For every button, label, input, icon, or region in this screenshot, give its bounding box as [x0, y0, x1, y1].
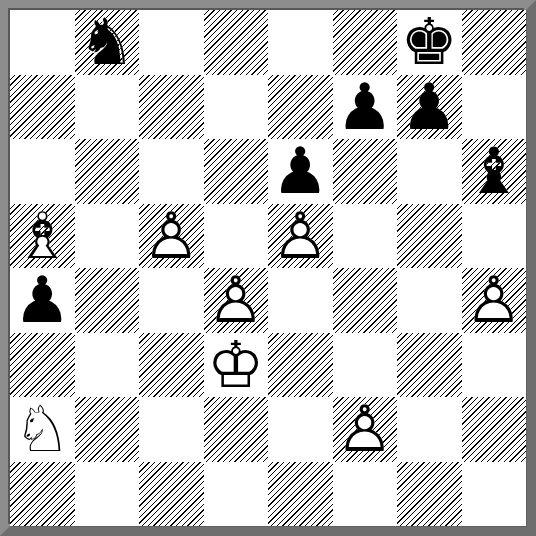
- piece-fill-layer: ♟: [272, 204, 329, 268]
- chess-board: ♘♞♔♚♙♟♙♟♙♟♗♝♝♗♟♙♟♙♙♟♟♙♟♙♚♔♞♘♟♙: [10, 10, 526, 526]
- black-bishop-h6[interactable]: ♗♝: [462, 139, 527, 204]
- square-g2[interactable]: [397, 397, 462, 462]
- square-d1[interactable]: [204, 462, 269, 527]
- piece-fill-layer: ♙: [14, 268, 71, 332]
- black-pawn-g7[interactable]: ♙♟: [397, 75, 462, 140]
- square-b1[interactable]: [75, 462, 140, 527]
- piece-fill-layer: ♔: [401, 10, 458, 74]
- piece-glyph: ♟: [401, 75, 458, 139]
- piece-glyph: ♚: [401, 10, 458, 74]
- black-pawn-a4[interactable]: ♙♟: [10, 268, 75, 333]
- square-e1[interactable]: [268, 462, 333, 527]
- square-g7[interactable]: ♙♟: [397, 75, 462, 140]
- square-f6[interactable]: [333, 139, 398, 204]
- piece-glyph: ♞: [78, 10, 135, 74]
- square-h1[interactable]: [462, 462, 527, 527]
- square-h7[interactable]: [462, 75, 527, 140]
- square-b5[interactable]: [75, 204, 140, 269]
- square-f1[interactable]: [333, 462, 398, 527]
- square-h5[interactable]: [462, 204, 527, 269]
- piece-fill-layer: ♟: [207, 268, 264, 332]
- square-c1[interactable]: [139, 462, 204, 527]
- piece-fill-layer: ♙: [272, 139, 329, 203]
- square-e2[interactable]: [268, 397, 333, 462]
- piece-glyph: ♙: [465, 268, 522, 332]
- piece-fill-layer: ♙: [336, 75, 393, 139]
- square-f2[interactable]: ♟♙: [333, 397, 398, 462]
- square-e8[interactable]: [268, 10, 333, 75]
- square-g6[interactable]: [397, 139, 462, 204]
- square-h3[interactable]: [462, 333, 527, 398]
- square-e6[interactable]: ♙♟: [268, 139, 333, 204]
- square-h2[interactable]: [462, 397, 527, 462]
- square-b3[interactable]: [75, 333, 140, 398]
- square-g3[interactable]: [397, 333, 462, 398]
- square-c8[interactable]: [139, 10, 204, 75]
- square-d6[interactable]: [204, 139, 269, 204]
- square-d2[interactable]: [204, 397, 269, 462]
- white-pawn-c5[interactable]: ♟♙: [139, 204, 204, 269]
- square-f7[interactable]: ♙♟: [333, 75, 398, 140]
- piece-glyph: ♝: [465, 139, 522, 203]
- square-b8[interactable]: ♘♞: [75, 10, 140, 75]
- piece-fill-layer: ♝: [14, 204, 71, 268]
- piece-glyph: ♗: [14, 204, 71, 268]
- square-e3[interactable]: [268, 333, 333, 398]
- square-c5[interactable]: ♟♙: [139, 204, 204, 269]
- piece-glyph: ♟: [272, 139, 329, 203]
- black-pawn-e6[interactable]: ♙♟: [268, 139, 333, 204]
- square-g5[interactable]: [397, 204, 462, 269]
- white-knight-a2[interactable]: ♞♘: [10, 397, 75, 462]
- square-f3[interactable]: [333, 333, 398, 398]
- piece-glyph: ♙: [207, 268, 264, 332]
- piece-glyph: ♟: [336, 75, 393, 139]
- white-king-d3[interactable]: ♚♔: [204, 333, 269, 398]
- white-pawn-f2[interactable]: ♟♙: [333, 397, 398, 462]
- square-a8[interactable]: [10, 10, 75, 75]
- square-g4[interactable]: [397, 268, 462, 333]
- square-a7[interactable]: [10, 75, 75, 140]
- board-frame: ♘♞♔♚♙♟♙♟♙♟♗♝♝♗♟♙♟♙♙♟♟♙♟♙♚♔♞♘♟♙: [0, 0, 536, 536]
- square-a3[interactable]: [10, 333, 75, 398]
- piece-glyph: ♙: [272, 204, 329, 268]
- square-c2[interactable]: [139, 397, 204, 462]
- square-e5[interactable]: ♟♙: [268, 204, 333, 269]
- white-pawn-e5[interactable]: ♟♙: [268, 204, 333, 269]
- black-king-g8[interactable]: ♔♚: [397, 10, 462, 75]
- square-e7[interactable]: [268, 75, 333, 140]
- piece-fill-layer: ♙: [401, 75, 458, 139]
- square-c3[interactable]: [139, 333, 204, 398]
- piece-fill-layer: ♟: [143, 204, 200, 268]
- square-d7[interactable]: [204, 75, 269, 140]
- square-h4[interactable]: ♟♙: [462, 268, 527, 333]
- square-c6[interactable]: [139, 139, 204, 204]
- square-a2[interactable]: ♞♘: [10, 397, 75, 462]
- piece-glyph: ♘: [14, 397, 71, 461]
- square-a1[interactable]: [10, 462, 75, 527]
- square-g1[interactable]: [397, 462, 462, 527]
- piece-glyph: ♙: [336, 397, 393, 461]
- piece-fill-layer: ♚: [207, 333, 264, 397]
- square-g8[interactable]: ♔♚: [397, 10, 462, 75]
- square-f5[interactable]: [333, 204, 398, 269]
- piece-glyph: ♔: [207, 333, 264, 397]
- black-knight-b8[interactable]: ♘♞: [75, 10, 140, 75]
- square-b7[interactable]: [75, 75, 140, 140]
- square-a5[interactable]: ♝♗: [10, 204, 75, 269]
- square-h8[interactable]: [462, 10, 527, 75]
- piece-fill-layer: ♞: [14, 397, 71, 461]
- white-pawn-d4[interactable]: ♟♙: [204, 268, 269, 333]
- square-d3[interactable]: ♚♔: [204, 333, 269, 398]
- piece-fill-layer: ♘: [78, 10, 135, 74]
- white-pawn-h4[interactable]: ♟♙: [462, 268, 527, 333]
- piece-fill-layer: ♟: [465, 268, 522, 332]
- square-d8[interactable]: [204, 10, 269, 75]
- piece-fill-layer: ♟: [336, 397, 393, 461]
- square-c7[interactable]: [139, 75, 204, 140]
- white-bishop-a5[interactable]: ♝♗: [10, 204, 75, 269]
- piece-glyph: ♟: [14, 268, 71, 332]
- square-b4[interactable]: [75, 268, 140, 333]
- square-f8[interactable]: [333, 10, 398, 75]
- square-a4[interactable]: ♙♟: [10, 268, 75, 333]
- black-pawn-f7[interactable]: ♙♟: [333, 75, 398, 140]
- piece-fill-layer: ♗: [465, 139, 522, 203]
- square-c4[interactable]: [139, 268, 204, 333]
- square-d4[interactable]: ♟♙: [204, 268, 269, 333]
- square-f4[interactable]: [333, 268, 398, 333]
- square-h6[interactable]: ♗♝: [462, 139, 527, 204]
- square-b6[interactable]: [75, 139, 140, 204]
- square-d5[interactable]: [204, 204, 269, 269]
- square-a6[interactable]: [10, 139, 75, 204]
- square-b2[interactable]: [75, 397, 140, 462]
- piece-glyph: ♙: [143, 204, 200, 268]
- square-e4[interactable]: [268, 268, 333, 333]
